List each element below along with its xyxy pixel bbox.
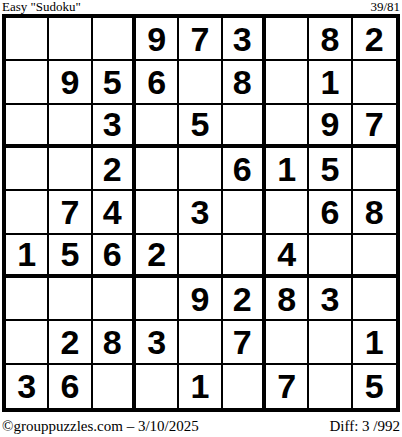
cell-r5c9: 8 bbox=[353, 191, 396, 234]
cell-r9c3[interactable] bbox=[93, 365, 136, 408]
cell-r4c5[interactable] bbox=[179, 148, 222, 191]
cell-r8c4: 3 bbox=[136, 321, 179, 364]
cell-r2c6: 8 bbox=[223, 61, 266, 104]
cell-r5c6[interactable] bbox=[223, 191, 266, 234]
cell-r1c8: 8 bbox=[309, 18, 352, 61]
cell-r9c1: 3 bbox=[6, 365, 49, 408]
cell-r9c8[interactable] bbox=[309, 365, 352, 408]
cell-r2c7[interactable] bbox=[266, 61, 309, 104]
cell-r5c8: 6 bbox=[309, 191, 352, 234]
cell-r1c6: 3 bbox=[223, 18, 266, 61]
header: Easy "Sudoku" 39/81 bbox=[2, 0, 400, 14]
cell-r5c2: 7 bbox=[49, 191, 92, 234]
cell-r8c1[interactable] bbox=[6, 321, 49, 364]
copyright-text: ©grouppuzzles.com – 3/10/2025 bbox=[2, 417, 199, 435]
cell-r4c1[interactable] bbox=[6, 148, 49, 191]
cell-r7c8: 3 bbox=[309, 278, 352, 321]
cell-r8c9: 1 bbox=[353, 321, 396, 364]
cell-r3c8: 9 bbox=[309, 105, 352, 148]
cell-r8c7[interactable] bbox=[266, 321, 309, 364]
cell-r4c4[interactable] bbox=[136, 148, 179, 191]
cell-r3c3: 3 bbox=[93, 105, 136, 148]
cell-r2c9[interactable] bbox=[353, 61, 396, 104]
puzzle-title: Easy "Sudoku" bbox=[2, 0, 81, 14]
cell-r9c7: 7 bbox=[266, 365, 309, 408]
cell-r2c1[interactable] bbox=[6, 61, 49, 104]
cell-r1c5: 7 bbox=[179, 18, 222, 61]
cell-r6c4: 2 bbox=[136, 235, 179, 278]
cell-r1c2[interactable] bbox=[49, 18, 92, 61]
cell-r7c5: 9 bbox=[179, 278, 222, 321]
cell-r1c3[interactable] bbox=[93, 18, 136, 61]
cell-r4c8: 5 bbox=[309, 148, 352, 191]
cell-r9c4[interactable] bbox=[136, 365, 179, 408]
cell-r3c4[interactable] bbox=[136, 105, 179, 148]
cell-r5c7[interactable] bbox=[266, 191, 309, 234]
cell-r6c1: 1 bbox=[6, 235, 49, 278]
cell-r3c7[interactable] bbox=[266, 105, 309, 148]
cell-r7c7: 8 bbox=[266, 278, 309, 321]
cell-r6c7: 4 bbox=[266, 235, 309, 278]
cell-r9c5: 1 bbox=[179, 365, 222, 408]
cell-r2c2: 9 bbox=[49, 61, 92, 104]
cell-r6c8[interactable] bbox=[309, 235, 352, 278]
cell-r4c7: 1 bbox=[266, 148, 309, 191]
cell-r8c3: 8 bbox=[93, 321, 136, 364]
cell-r3c6[interactable] bbox=[223, 105, 266, 148]
cell-r5c3: 4 bbox=[93, 191, 136, 234]
cell-r3c9: 7 bbox=[353, 105, 396, 148]
cell-r6c6[interactable] bbox=[223, 235, 266, 278]
cell-r7c4[interactable] bbox=[136, 278, 179, 321]
cell-r7c1[interactable] bbox=[6, 278, 49, 321]
cell-r5c1[interactable] bbox=[6, 191, 49, 234]
cell-r3c1[interactable] bbox=[6, 105, 49, 148]
cell-r2c8: 1 bbox=[309, 61, 352, 104]
cell-r5c4[interactable] bbox=[136, 191, 179, 234]
difficulty-text: Diff: 3 /992 bbox=[329, 417, 400, 435]
cell-r8c8[interactable] bbox=[309, 321, 352, 364]
cell-r1c9: 2 bbox=[353, 18, 396, 61]
cell-r9c6[interactable] bbox=[223, 365, 266, 408]
cell-r4c3: 2 bbox=[93, 148, 136, 191]
cell-r2c3: 5 bbox=[93, 61, 136, 104]
cell-r6c9[interactable] bbox=[353, 235, 396, 278]
puzzle-number: 39/81 bbox=[370, 0, 400, 14]
cell-r9c2: 6 bbox=[49, 365, 92, 408]
footer: ©grouppuzzles.com – 3/10/2025 Diff: 3 /9… bbox=[2, 417, 400, 435]
cell-r7c9[interactable] bbox=[353, 278, 396, 321]
cell-r4c6: 6 bbox=[223, 148, 266, 191]
cell-r6c3: 6 bbox=[93, 235, 136, 278]
cell-r1c4: 9 bbox=[136, 18, 179, 61]
cell-r7c2[interactable] bbox=[49, 278, 92, 321]
cell-r4c2[interactable] bbox=[49, 148, 92, 191]
cell-r5c5: 3 bbox=[179, 191, 222, 234]
cell-r2c4: 6 bbox=[136, 61, 179, 104]
sudoku-board: 9738295681359726157436815624928328371361… bbox=[2, 14, 400, 412]
cell-r6c2: 5 bbox=[49, 235, 92, 278]
cell-r4c9[interactable] bbox=[353, 148, 396, 191]
cell-r9c9: 5 bbox=[353, 365, 396, 408]
cell-r3c2[interactable] bbox=[49, 105, 92, 148]
cell-r2c5[interactable] bbox=[179, 61, 222, 104]
cell-r6c5[interactable] bbox=[179, 235, 222, 278]
cell-r3c5: 5 bbox=[179, 105, 222, 148]
cell-r7c6: 2 bbox=[223, 278, 266, 321]
cell-r8c5[interactable] bbox=[179, 321, 222, 364]
cell-r1c1[interactable] bbox=[6, 18, 49, 61]
cell-r8c6: 7 bbox=[223, 321, 266, 364]
cell-r8c2: 2 bbox=[49, 321, 92, 364]
cell-r7c3[interactable] bbox=[93, 278, 136, 321]
cell-r1c7[interactable] bbox=[266, 18, 309, 61]
